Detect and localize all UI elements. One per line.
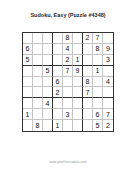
- cell-r8c7: [83, 109, 93, 120]
- cell-r4c2: [33, 66, 43, 77]
- cell-r4c9: [103, 66, 113, 77]
- cell-r1c9: [103, 33, 113, 44]
- cell-r8c9: 7: [103, 109, 113, 120]
- cell-r1c2: [33, 33, 43, 44]
- cell-r5c5: [63, 77, 73, 88]
- cell-r9c5: [63, 120, 73, 131]
- cell-r8c6: [73, 109, 83, 120]
- cell-r2c1: 6: [23, 44, 33, 55]
- cell-r5c4: 6: [53, 77, 63, 88]
- cell-r1c3: [43, 33, 53, 44]
- cell-r4c6: 9: [73, 66, 83, 77]
- cell-r8c4: [53, 109, 63, 120]
- cell-r5c9: 4: [103, 77, 113, 88]
- cell-r2c8: 8: [93, 44, 103, 55]
- cell-r2c4: [53, 44, 63, 55]
- cell-r2c9: 9: [103, 44, 113, 55]
- cell-r9c1: [23, 120, 33, 131]
- cell-r2c6: [73, 44, 83, 55]
- cell-r7c9: [103, 98, 113, 109]
- cell-r7c7: [83, 98, 93, 109]
- cell-r2c5: 4: [63, 44, 73, 55]
- cell-r3c2: [33, 55, 43, 66]
- cell-r7c6: [73, 98, 83, 109]
- sudoku-page: Sudoku, Easy (Puzzle #4348) 827648952135…: [0, 0, 136, 176]
- cell-r7c2: [33, 98, 43, 109]
- cell-r5c3: [43, 77, 53, 88]
- cell-r1c1: [23, 33, 33, 44]
- cell-r9c6: [73, 120, 83, 131]
- cell-r3c9: 3: [103, 55, 113, 66]
- sudoku-grid: 82764895213579168427413678152: [22, 32, 114, 132]
- cell-r6c6: [73, 87, 83, 98]
- cell-r3c3: [43, 55, 53, 66]
- cell-r3c7: [83, 55, 93, 66]
- cell-r8c1: 1: [23, 109, 33, 120]
- footer-url: www.printfreesudoku.com: [24, 160, 112, 164]
- cell-r1c4: [53, 33, 63, 44]
- cell-r1c8: 7: [93, 33, 103, 44]
- cell-r9c8: 5: [93, 120, 103, 131]
- cell-r4c3: 5: [43, 66, 53, 77]
- cell-r2c7: [83, 44, 93, 55]
- cell-r8c8: 6: [93, 109, 103, 120]
- cell-r6c4: 2: [53, 87, 63, 98]
- cell-r4c8: 1: [93, 66, 103, 77]
- cell-r6c3: [43, 87, 53, 98]
- cell-r9c7: [83, 120, 93, 131]
- cell-r3c6: 1: [73, 55, 83, 66]
- cell-r6c1: [23, 87, 33, 98]
- cell-r9c9: 2: [103, 120, 113, 131]
- cell-r6c7: 7: [83, 87, 93, 98]
- cell-r4c5: 7: [63, 66, 73, 77]
- cell-r5c7: 8: [83, 77, 93, 88]
- cell-r6c9: [103, 87, 113, 98]
- cell-r8c5: 3: [63, 109, 73, 120]
- cell-r9c2: 8: [33, 120, 43, 131]
- cell-r4c4: [53, 66, 63, 77]
- cell-r1c5: 8: [63, 33, 73, 44]
- cell-r9c3: [43, 120, 53, 131]
- cell-r3c1: 5: [23, 55, 33, 66]
- cell-r4c1: [23, 66, 33, 77]
- cell-r1c6: [73, 33, 83, 44]
- cell-r6c8: [93, 87, 103, 98]
- cell-r2c2: [33, 44, 43, 55]
- cell-r7c5: [63, 98, 73, 109]
- cell-r3c8: [93, 55, 103, 66]
- cell-r2c3: [43, 44, 53, 55]
- cell-r6c2: [33, 87, 43, 98]
- cell-r7c4: [53, 98, 63, 109]
- cell-r5c6: [73, 77, 83, 88]
- cell-r9c4: 1: [53, 120, 63, 131]
- cell-r5c1: [23, 77, 33, 88]
- cell-r6c5: [63, 87, 73, 98]
- cell-r1c7: 2: [83, 33, 93, 44]
- cell-r8c2: [33, 109, 43, 120]
- cell-r7c1: [23, 98, 33, 109]
- cell-r5c2: [33, 77, 43, 88]
- cell-r3c5: 2: [63, 55, 73, 66]
- page-title: Sudoku, Easy (Puzzle #4348): [0, 12, 136, 18]
- cell-r7c3: 4: [43, 98, 53, 109]
- cell-r5c8: [93, 77, 103, 88]
- cell-r4c7: [83, 66, 93, 77]
- cell-r3c4: [53, 55, 63, 66]
- cell-r8c3: [43, 109, 53, 120]
- cell-r7c8: [93, 98, 103, 109]
